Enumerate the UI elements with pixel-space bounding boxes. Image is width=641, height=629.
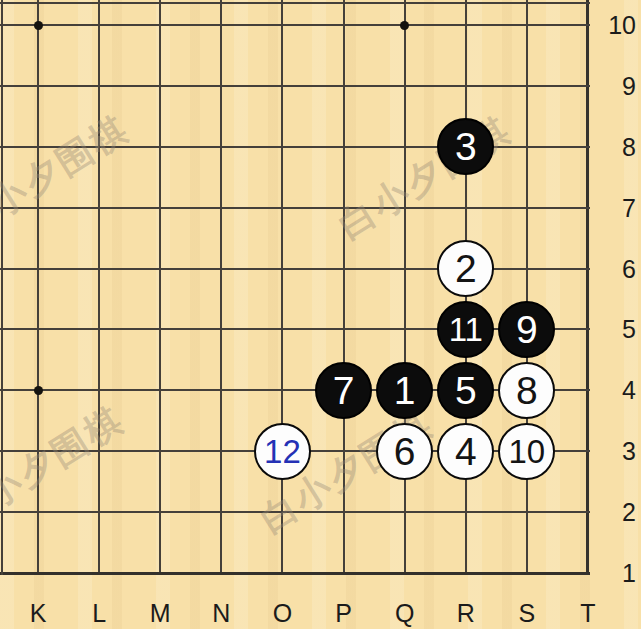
col-label-P: P [322, 597, 366, 629]
col-label-Q: Q [383, 597, 427, 629]
stone-black-S5[interactable]: 9 [498, 301, 555, 358]
col-label-M: M [138, 597, 182, 629]
move-number: 3 [455, 127, 477, 166]
col-label-N: N [199, 597, 243, 629]
row-label-3: 3 [594, 436, 641, 466]
move-number: 7 [333, 371, 355, 410]
star-point-K10 [34, 21, 43, 30]
row-label-10: 10 [594, 10, 641, 40]
stone-white-Q3[interactable]: 6 [376, 423, 433, 480]
star-point-K4 [34, 386, 43, 395]
move-number: 4 [455, 432, 477, 471]
col-label-T: T [566, 597, 610, 629]
move-number: 6 [394, 432, 416, 471]
grid-line-row-9 [0, 85, 590, 87]
grid-line-row-7 [0, 207, 590, 209]
stone-black-P4[interactable]: 7 [315, 362, 372, 419]
row-label-5: 5 [594, 314, 641, 344]
col-label-O: O [260, 597, 304, 629]
grid-line-row-1 [0, 572, 590, 575]
row-label-2: 2 [594, 497, 641, 527]
stone-white-O3[interactable]: 12 [254, 423, 311, 480]
move-number: 10 [509, 435, 546, 468]
move-number: 9 [516, 310, 538, 349]
move-number: 2 [455, 249, 477, 288]
watermark-text: 白小夕围棋 [329, 106, 520, 251]
col-label-L: L [77, 597, 121, 629]
row-label-1: 1 [594, 558, 641, 588]
stone-black-R5[interactable]: 11 [437, 301, 494, 358]
board-cut-line-top [0, 2, 590, 4]
go-board-diagram[interactable]: 白小夕围棋白小夕围棋白小夕围棋白小夕围棋123456789101112KLMNO… [0, 0, 641, 629]
move-number: 5 [455, 371, 477, 410]
row-label-8: 8 [594, 132, 641, 162]
stone-black-R4[interactable]: 5 [437, 362, 494, 419]
col-label-K: K [16, 597, 60, 629]
grid-line-row-6 [0, 268, 590, 270]
row-label-4: 4 [594, 375, 641, 405]
row-label-9: 9 [594, 71, 641, 101]
col-label-S: S [505, 597, 549, 629]
stone-white-R6[interactable]: 2 [437, 240, 494, 297]
move-number: 12 [264, 435, 301, 468]
watermark-text: 白小夕围棋 [0, 396, 134, 541]
col-label-R: R [444, 597, 488, 629]
move-number: 11 [449, 313, 483, 346]
move-number: 1 [394, 371, 416, 410]
grid-line-row-10 [0, 24, 590, 26]
stone-white-S3[interactable]: 10 [498, 423, 555, 480]
stone-white-R3[interactable]: 4 [437, 423, 494, 480]
stone-white-S4[interactable]: 8 [498, 362, 555, 419]
stone-black-Q4[interactable]: 1 [376, 362, 433, 419]
watermark-text: 白小夕围棋 [0, 105, 139, 250]
row-label-6: 6 [594, 254, 641, 284]
star-point-Q10 [400, 21, 409, 30]
row-label-7: 7 [594, 193, 641, 223]
move-number: 8 [516, 371, 538, 410]
